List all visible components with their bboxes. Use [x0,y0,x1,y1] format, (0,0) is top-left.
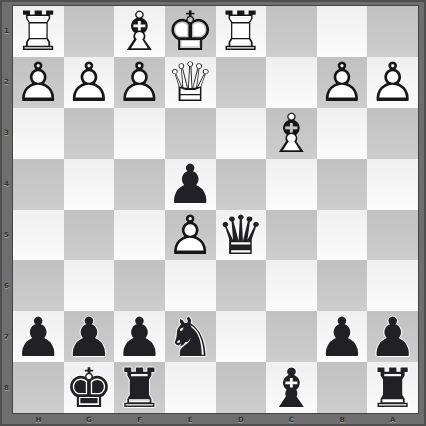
square-c4[interactable] [266,159,317,210]
piece-white-pawn[interactable]: ♟♙ [114,57,165,108]
file-label-b: B [317,413,368,426]
file-label-c: C [266,413,317,426]
piece-black-knight[interactable]: ♞ [165,311,216,362]
square-b1[interactable] [317,6,368,57]
rank-label-5: 5 [0,210,13,261]
square-g6[interactable] [64,260,115,311]
square-b3[interactable] [317,108,368,159]
piece-glyph-fill: ♟ [165,159,216,210]
piece-black-pawn[interactable]: ♟ [165,159,216,210]
chessboard-app: ♜♖♝♗♚♔♜♖♟♙♟♙♟♙♛♕♟♙♟♙♝♗♟♟♙♛♟♟♟♞♟♟♚♜♝♜ 123… [0,0,426,426]
piece-glyph-outline: ♙ [165,210,216,261]
square-h2[interactable]: ♟♙ [13,57,64,108]
rank-label-2: 2 [0,57,13,108]
square-b8[interactable] [317,362,368,413]
piece-white-bishop[interactable]: ♝♗ [266,108,317,159]
piece-glyph-outline: ♔ [165,6,216,57]
square-e7[interactable]: ♞ [165,311,216,362]
piece-white-pawn[interactable]: ♟♙ [165,210,216,261]
piece-glyph-outline: ♗ [114,6,165,57]
square-g8[interactable]: ♚ [64,362,115,413]
piece-white-pawn[interactable]: ♟♙ [64,57,115,108]
file-label-f: F [114,413,165,426]
square-h8[interactable] [13,362,64,413]
square-g1[interactable] [64,6,115,57]
rank-label-7: 7 [0,311,13,362]
square-a2[interactable]: ♟♙ [367,57,418,108]
piece-white-pawn[interactable]: ♟♙ [367,57,418,108]
piece-white-bishop[interactable]: ♝♗ [114,6,165,57]
file-label-g: G [64,413,115,426]
piece-black-rook[interactable]: ♜ [367,362,418,413]
square-b6[interactable] [317,260,368,311]
piece-glyph-outline: ♖ [216,6,267,57]
square-d6[interactable] [216,260,267,311]
piece-black-king[interactable]: ♚ [64,362,115,413]
chess-board: ♜♖♝♗♚♔♜♖♟♙♟♙♟♙♛♕♟♙♟♙♝♗♟♟♙♛♟♟♟♞♟♟♚♜♝♜ [13,6,418,413]
square-d1[interactable]: ♜♖ [216,6,267,57]
piece-glyph-fill: ♟ [114,311,165,362]
file-labels: HGFEDCBA [13,413,418,426]
square-c2[interactable] [266,57,317,108]
square-h4[interactable] [13,159,64,210]
square-c3[interactable]: ♝♗ [266,108,317,159]
piece-black-pawn[interactable]: ♟ [367,311,418,362]
square-d8[interactable] [216,362,267,413]
square-a7[interactable]: ♟ [367,311,418,362]
square-d3[interactable] [216,108,267,159]
piece-black-pawn[interactable]: ♟ [114,311,165,362]
piece-glyph-fill: ♜ [114,362,165,413]
rank-label-8: 8 [0,362,13,413]
square-h1[interactable]: ♜♖ [13,6,64,57]
file-label-h: H [13,413,64,426]
square-e5[interactable]: ♟♙ [165,210,216,261]
square-f2[interactable]: ♟♙ [114,57,165,108]
square-d2[interactable] [216,57,267,108]
square-f7[interactable]: ♟ [114,311,165,362]
piece-white-pawn[interactable]: ♟♙ [317,57,368,108]
square-d4[interactable] [216,159,267,210]
square-g4[interactable] [64,159,115,210]
piece-glyph-outline: ♙ [317,57,368,108]
piece-glyph-fill: ♟ [64,311,115,362]
square-a4[interactable] [367,159,418,210]
square-a3[interactable] [367,108,418,159]
square-b5[interactable] [317,210,368,261]
square-b2[interactable]: ♟♙ [317,57,368,108]
file-label-d: D [216,413,267,426]
square-c5[interactable] [266,210,317,261]
piece-black-bishop[interactable]: ♝ [266,362,317,413]
piece-glyph-outline: ♕ [165,57,216,108]
piece-glyph-fill: ♟ [367,311,418,362]
square-f3[interactable] [114,108,165,159]
square-h5[interactable] [13,210,64,261]
rank-label-6: 6 [0,260,13,311]
square-c1[interactable] [266,6,317,57]
piece-glyph-fill: ♛ [216,210,267,261]
square-c8[interactable]: ♝ [266,362,317,413]
square-b7[interactable]: ♟ [317,311,368,362]
piece-black-pawn[interactable]: ♟ [64,311,115,362]
piece-glyph-outline: ♙ [114,57,165,108]
file-label-a: A [367,413,418,426]
piece-glyph-outline: ♙ [13,57,64,108]
square-d7[interactable] [216,311,267,362]
square-e1[interactable]: ♚♔ [165,6,216,57]
piece-black-pawn[interactable]: ♟ [317,311,368,362]
piece-glyph-outline: ♙ [64,57,115,108]
piece-black-queen[interactable]: ♛ [216,210,267,261]
piece-white-rook[interactable]: ♜♖ [216,6,267,57]
rank-labels: 12345678 [0,6,13,413]
square-b4[interactable] [317,159,368,210]
piece-glyph-fill: ♜ [367,362,418,413]
rank-label-1: 1 [0,6,13,57]
rank-label-4: 4 [0,159,13,210]
square-g3[interactable] [64,108,115,159]
square-f4[interactable] [114,159,165,210]
piece-glyph-fill: ♟ [13,311,64,362]
square-d5[interactable]: ♛ [216,210,267,261]
piece-glyph-fill: ♚ [64,362,115,413]
square-f1[interactable]: ♝♗ [114,6,165,57]
piece-white-pawn[interactable]: ♟♙ [13,57,64,108]
piece-glyph-fill: ♝ [266,362,317,413]
square-g5[interactable] [64,210,115,261]
square-f5[interactable] [114,210,165,261]
square-a8[interactable]: ♜ [367,362,418,413]
square-e4[interactable]: ♟ [165,159,216,210]
piece-black-rook[interactable]: ♜ [114,362,165,413]
piece-glyph-outline: ♗ [266,108,317,159]
square-a1[interactable] [367,6,418,57]
square-e8[interactable] [165,362,216,413]
square-a6[interactable] [367,260,418,311]
piece-white-king[interactable]: ♚♔ [165,6,216,57]
square-g7[interactable]: ♟ [64,311,115,362]
square-f6[interactable] [114,260,165,311]
square-e3[interactable] [165,108,216,159]
piece-glyph-outline: ♙ [367,57,418,108]
square-h3[interactable] [13,108,64,159]
rank-label-3: 3 [0,108,13,159]
piece-glyph-outline: ♖ [13,6,64,57]
piece-glyph-fill: ♞ [165,311,216,362]
square-e6[interactable] [165,260,216,311]
piece-white-rook[interactable]: ♜♖ [13,6,64,57]
square-h7[interactable]: ♟ [13,311,64,362]
piece-black-pawn[interactable]: ♟ [13,311,64,362]
square-e2[interactable]: ♛♕ [165,57,216,108]
file-label-e: E [165,413,216,426]
square-c7[interactable] [266,311,317,362]
square-h6[interactable] [13,260,64,311]
square-g2[interactable]: ♟♙ [64,57,115,108]
piece-white-queen[interactable]: ♛♕ [165,57,216,108]
piece-glyph-fill: ♟ [317,311,368,362]
square-f8[interactable]: ♜ [114,362,165,413]
square-c6[interactable] [266,260,317,311]
square-a5[interactable] [367,210,418,261]
